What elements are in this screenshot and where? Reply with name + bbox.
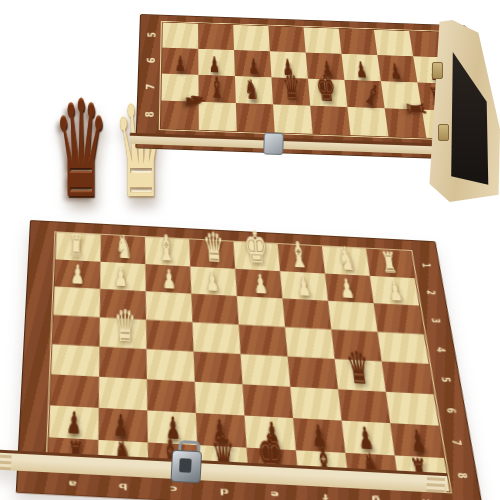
finger-joint [426,475,445,493]
square [241,354,291,387]
square [146,291,193,322]
square [145,237,190,266]
square [378,332,429,364]
square [192,322,240,354]
latch-slot [179,458,192,473]
coordinate-label: c [170,484,178,493]
square [268,26,305,52]
square [189,240,235,269]
coordinate-label: 8 [143,111,155,118]
square [244,415,295,450]
square [347,107,388,136]
square [233,242,280,271]
coordinate-label: d [219,487,228,496]
square [145,264,191,294]
square [162,48,198,75]
square [100,235,145,264]
square [270,51,308,78]
square [370,276,419,306]
square [278,244,325,273]
square [322,247,370,276]
dark-queen-piece: ♛ [53,84,109,216]
square [99,377,148,411]
square [190,266,237,296]
square [344,80,384,108]
square [242,384,293,418]
square [234,50,271,77]
stored-piece: ♝ [482,166,500,194]
square [239,325,288,357]
square [146,320,193,352]
square [374,303,424,334]
square [282,299,331,330]
square [335,359,386,392]
square [100,289,146,320]
square [99,317,146,349]
square [198,49,235,76]
coordinate-label: 7 [144,83,156,89]
square [147,379,196,413]
square [390,423,444,458]
coordinate-label: 3 [429,318,441,324]
square [366,249,415,278]
square [308,79,348,107]
coordinate-label: 5 [439,377,452,383]
square [306,53,345,80]
square [198,75,235,103]
square [325,273,374,303]
coordinate-label: 7 [449,439,462,445]
square [99,346,147,379]
coordinate-label: b [119,482,128,491]
square [271,77,310,105]
coordinate-label: 1 [420,263,432,268]
square [162,22,198,48]
clasp-latch-icon [263,132,284,155]
square [54,287,101,318]
square [195,382,245,416]
square [338,389,390,423]
square [293,418,345,453]
square [100,262,146,292]
square [191,294,238,325]
finger-joint [0,452,12,470]
square [233,25,270,51]
coordinate-label: 6 [145,57,157,63]
coordinate-label: g [371,495,381,500]
square [385,108,427,138]
square [55,259,101,289]
square [310,106,350,135]
hinge-icon [438,124,449,141]
square [339,29,378,55]
square [237,296,285,327]
square [50,374,99,408]
square [235,269,282,299]
coordinate-label: e [270,489,279,498]
square [52,315,99,347]
square [147,349,195,382]
square [51,344,99,377]
coordinate-label: 6 [444,407,457,413]
square [273,104,313,133]
coordinate-label: 4 [434,347,447,353]
coordinate-label: a [68,479,77,488]
square [98,408,147,443]
square [194,351,243,384]
coordinate-label: 5 [146,32,157,38]
square [288,356,338,389]
square [374,30,413,56]
playing-area: ♟♟♟♟♟♟♟♟♞♝♞♛♚♝♜♜ [161,22,464,139]
square [331,329,381,361]
square [199,102,237,131]
square [236,103,275,132]
square [49,405,99,440]
square [285,327,335,359]
square [382,361,434,394]
square [161,100,199,129]
square [198,24,234,50]
square [386,392,439,426]
square [377,55,417,82]
square [381,81,422,109]
folded-half-panel: ♝ [428,20,500,202]
square [328,301,378,332]
square [235,76,273,104]
square [342,54,381,81]
square [161,74,198,102]
square [304,27,342,53]
coordinate-label: 8 [455,472,468,478]
playing-area: ♜♞♝♛♚♝♞♜♟♟♟♟♟♟♟♟♛♛♟♟♟♟♟♟♟♟♜♞♝♛♚♝♞♜ [48,233,450,492]
square [290,387,341,421]
coordinate-label: 2 [424,290,436,295]
square [56,233,101,262]
square [342,420,395,455]
hinge-icon [432,62,443,79]
square [280,271,328,301]
clasp-latch [166,440,204,486]
storage-compartment: ♝ [450,49,490,187]
coordinate-label: f [322,492,328,500]
